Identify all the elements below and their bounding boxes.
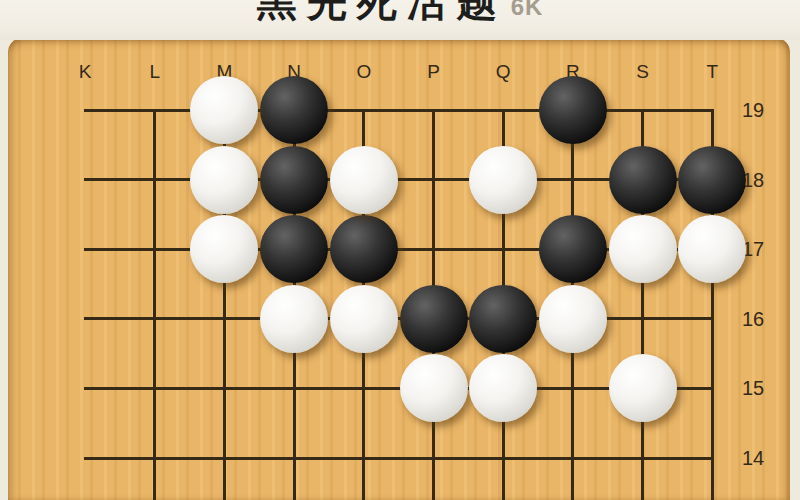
stone-white-M17: [190, 215, 258, 283]
stone-white-S15: [609, 354, 677, 422]
row-label-14: 14: [742, 447, 764, 470]
stone-white-Q15: [469, 354, 537, 422]
title-row: 黑先死活题6K: [0, 0, 800, 29]
stone-black-S18: [609, 146, 677, 214]
col-label-S: S: [636, 61, 649, 83]
stone-black-P16: [400, 285, 468, 353]
stone-black-R17: [539, 215, 607, 283]
stone-black-T18: [678, 146, 746, 214]
stone-black-N19: [260, 76, 328, 144]
grid-line: [153, 109, 156, 500]
puzzle-title: 黑先死活题: [257, 0, 507, 23]
stone-white-Q18: [469, 146, 537, 214]
stone-white-N16: [260, 285, 328, 353]
stone-black-Q16: [469, 285, 537, 353]
stone-white-P15: [400, 354, 468, 422]
go-board[interactable]: 191817161514KLMNOPQRST: [8, 38, 790, 500]
col-label-K: K: [79, 61, 92, 83]
row-label-19: 19: [742, 99, 764, 122]
stone-white-R16: [539, 285, 607, 353]
row-label-16: 16: [742, 307, 764, 330]
col-label-T: T: [706, 61, 718, 83]
stone-white-T17: [678, 215, 746, 283]
grid-line: [84, 109, 714, 112]
header: 黑先死活题6K: [0, 0, 800, 40]
stone-black-O17: [330, 215, 398, 283]
stone-white-O18: [330, 146, 398, 214]
row-label-15: 15: [742, 377, 764, 400]
stone-white-O16: [330, 285, 398, 353]
stone-white-M19: [190, 76, 258, 144]
stone-black-N18: [260, 146, 328, 214]
col-label-L: L: [149, 61, 160, 83]
grid-line: [84, 457, 714, 460]
stone-black-R19: [539, 76, 607, 144]
col-label-Q: Q: [496, 61, 511, 83]
stone-black-N17: [260, 215, 328, 283]
grid-line: [84, 317, 714, 320]
col-label-P: P: [427, 61, 440, 83]
difficulty-rank: 6K: [511, 0, 544, 20]
col-label-O: O: [356, 61, 371, 83]
stone-white-M18: [190, 146, 258, 214]
stone-white-S17: [609, 215, 677, 283]
